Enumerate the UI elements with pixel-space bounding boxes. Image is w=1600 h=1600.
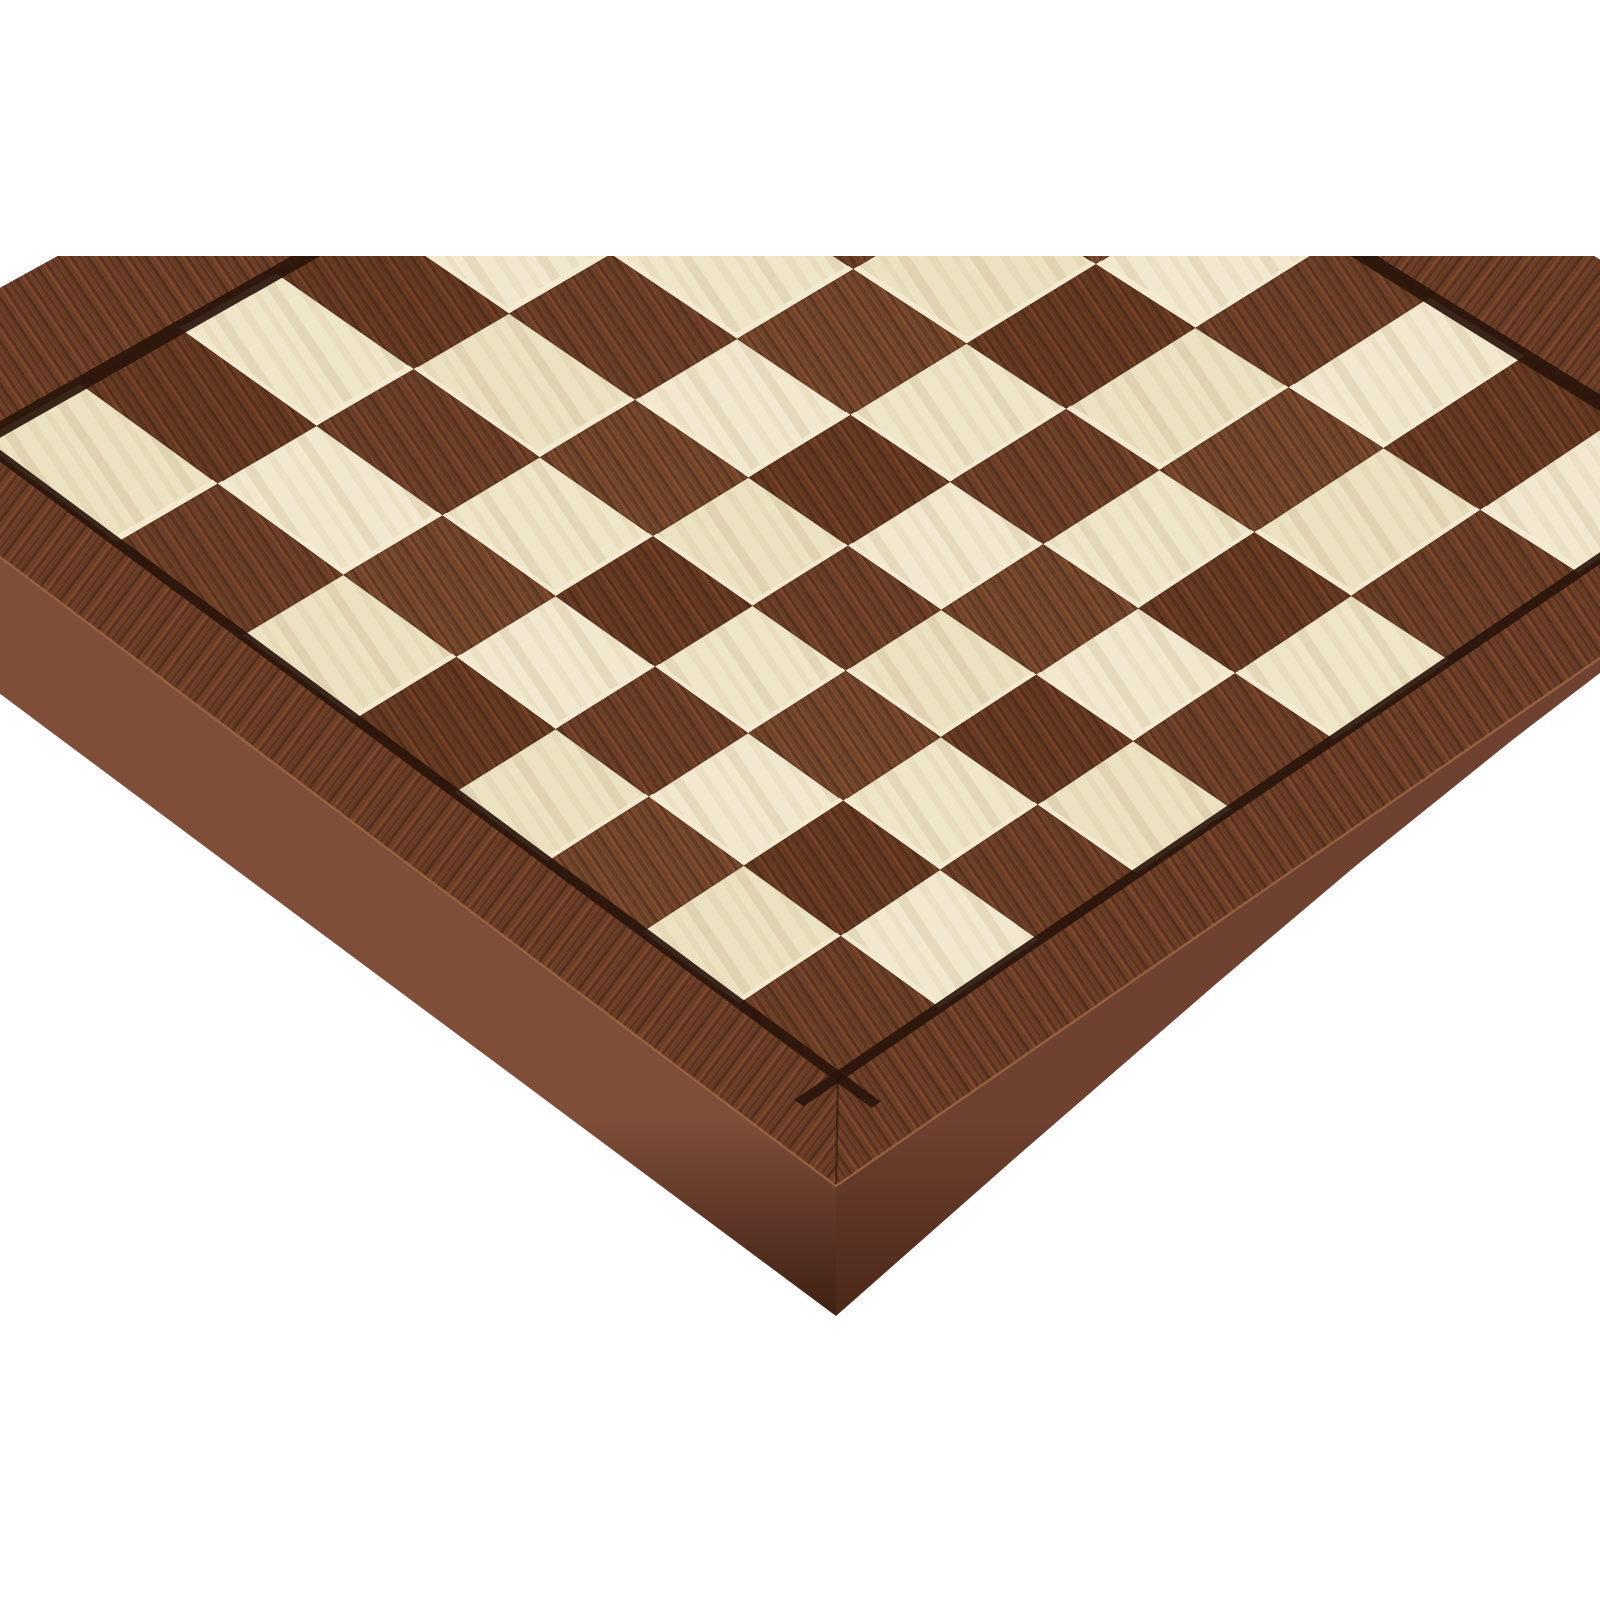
product-photo — [0, 0, 1600, 1600]
chessboard — [0, 0, 1600, 1600]
photo-crop-top — [0, 0, 1600, 256]
